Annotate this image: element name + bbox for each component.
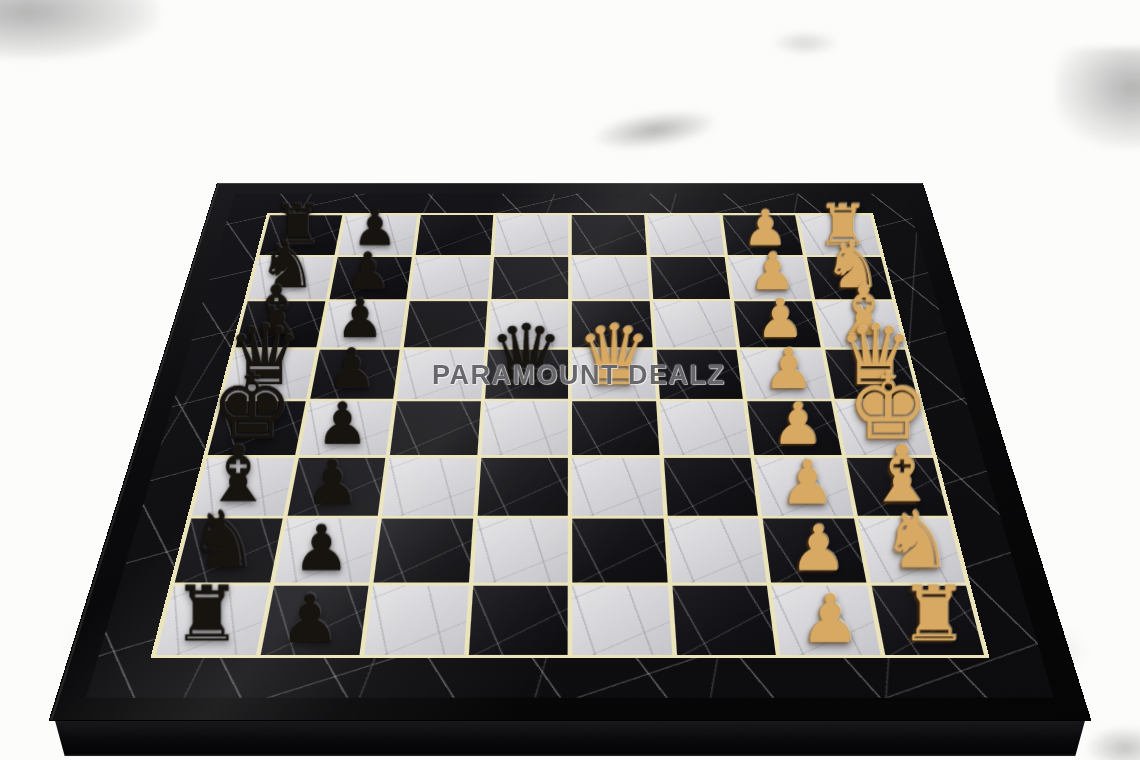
square-b3[interactable] [650,257,730,299]
square-e4[interactable] [572,401,659,455]
square-f4[interactable] [572,457,663,515]
square-g5[interactable] [473,519,568,583]
square-a6[interactable] [416,215,493,255]
square-b4[interactable] [572,257,649,299]
square-g4[interactable] [572,519,667,583]
square-e3[interactable] [660,401,750,455]
board-front-edge [55,720,1085,756]
square-f6[interactable] [382,457,477,515]
piece-white-pawn-d2[interactable]: ♟ [763,341,813,397]
square-f3[interactable] [663,457,758,515]
piece-white-pawn-e2[interactable]: ♟ [771,395,823,453]
square-e5[interactable] [481,401,568,455]
square-h7[interactable]: ♟ [260,585,369,655]
chess-board: ♜♟♟♜♞♟♟♞♝♟♟♝♛♟♛♛♟♛♚♟♟♚♝♟♟♝♞♟♟♞♜♟♟♜ [50,183,1090,720]
square-h8[interactable]: ♜ [156,585,269,655]
square-h4[interactable] [572,585,671,655]
square-h6[interactable] [364,585,468,655]
square-g6[interactable] [374,519,473,583]
piece-white-pawn-h2[interactable]: ♟ [800,586,860,653]
watermark: PARAMOUNT DEALZ [432,360,725,391]
square-f5[interactable] [477,457,568,515]
square-a3[interactable] [647,215,724,255]
square-e7[interactable]: ♟ [299,401,393,455]
piece-black-rook-h8[interactable]: ♜ [172,576,240,652]
product-photo: ♜♟♟♜♞♟♟♞♝♟♟♝♛♟♛♛♟♛♚♟♟♚♝♟♟♝♞♟♟♞♜♟♟♜ PARAM… [0,0,1140,760]
square-h1[interactable]: ♜ [871,585,984,655]
square-g2[interactable]: ♟ [763,519,866,583]
square-f7[interactable]: ♟ [287,457,385,515]
piece-black-pawn-g7[interactable]: ♟ [294,516,351,579]
square-g7[interactable]: ♟ [274,519,377,583]
piece-black-pawn-d7[interactable]: ♟ [327,341,377,397]
piece-white-pawn-f2[interactable]: ♟ [780,453,834,514]
square-e2[interactable]: ♟ [747,401,841,455]
square-g3[interactable] [667,519,766,583]
piece-black-pawn-f7[interactable]: ♟ [306,453,360,514]
piece-white-rook-h1[interactable]: ♜ [900,576,968,652]
piece-black-knight-g8[interactable]: ♞ [187,500,258,579]
square-h3[interactable] [672,585,776,655]
square-a4[interactable] [572,215,647,255]
piece-white-pawn-g2[interactable]: ♟ [790,516,847,579]
square-f2[interactable]: ♟ [755,457,853,515]
playing-area: ♜♟♟♜♞♟♟♞♝♟♟♝♛♟♛♛♟♛♚♟♟♚♝♟♟♝♞♟♟♞♜♟♟♜ [150,213,989,658]
square-b5[interactable] [491,257,568,299]
square-h5[interactable] [468,585,567,655]
square-a5[interactable] [494,215,569,255]
square-b6[interactable] [410,257,490,299]
piece-black-pawn-h7[interactable]: ♟ [280,586,340,653]
square-h2[interactable]: ♟ [771,585,880,655]
piece-black-pawn-e7[interactable]: ♟ [317,395,369,453]
piece-white-knight-g1[interactable]: ♞ [882,500,953,579]
square-e6[interactable] [390,401,480,455]
